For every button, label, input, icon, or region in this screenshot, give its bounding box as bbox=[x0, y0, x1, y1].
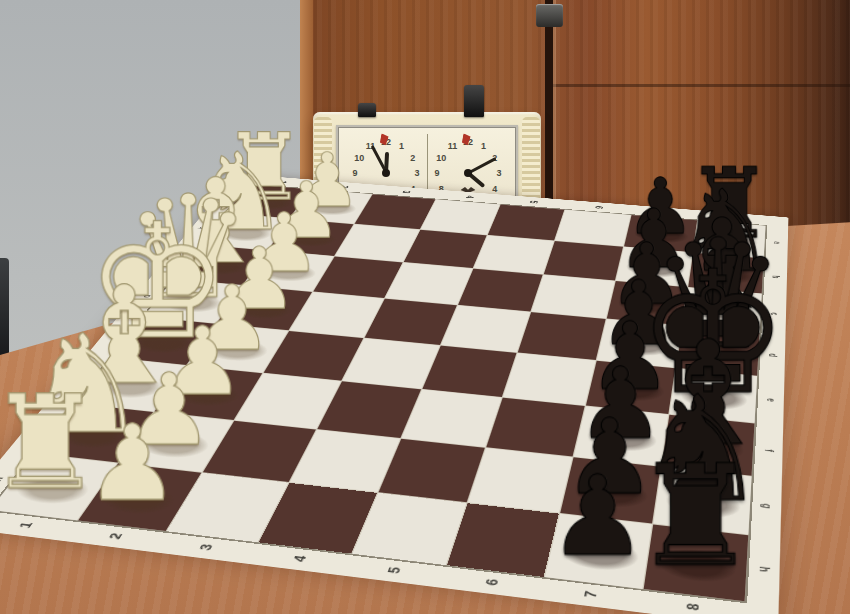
square-d4[interactable] bbox=[365, 299, 457, 345]
square-d5[interactable] bbox=[441, 305, 531, 352]
rank-label-near-7: 7 bbox=[581, 590, 601, 599]
rank-label-near-2: 2 bbox=[105, 532, 126, 540]
rank-label-near-4: 4 bbox=[289, 555, 310, 563]
piece-black-pawn-h7[interactable]: ♟ bbox=[548, 471, 647, 565]
square-g4[interactable] bbox=[290, 430, 400, 493]
square-h6[interactable] bbox=[447, 504, 558, 577]
rank-label-near-6: 6 bbox=[481, 578, 502, 587]
file-label-right-h: h bbox=[757, 566, 771, 573]
square-h8[interactable]: ♜ bbox=[644, 525, 748, 602]
rank-label-far-5: 5 bbox=[527, 200, 540, 204]
square-c5[interactable] bbox=[458, 269, 543, 312]
rank-label-far-4: 4 bbox=[463, 195, 476, 199]
rank-label-near-3: 3 bbox=[196, 543, 217, 551]
square-e5[interactable] bbox=[422, 345, 517, 397]
square-b5[interactable] bbox=[473, 235, 554, 274]
piece-white-pawn-h2[interactable]: ♟ bbox=[86, 420, 180, 509]
chess-photo-scene: 121234567891011 121234567891011 ♜♟♟♜♞♟♟♞… bbox=[0, 0, 850, 614]
rank-label-far-6: 6 bbox=[592, 206, 605, 210]
square-b4[interactable] bbox=[404, 230, 487, 269]
rank-label-near-8: 8 bbox=[682, 602, 702, 611]
square-a5[interactable] bbox=[487, 205, 564, 241]
rank-label-far-3: 3 bbox=[400, 190, 413, 194]
square-g5[interactable] bbox=[378, 439, 485, 503]
board-perspective-wrap: ♜♟♟♜♞♟♟♞♝♟♟♝♛♟♟♛♚♟♟♚♝♟♟♝♞♟♟♞♜♟♟♜ 11aa22b… bbox=[0, 0, 850, 614]
rank-label-near-5: 5 bbox=[384, 566, 405, 574]
piece-black-rook-h8[interactable]: ♜ bbox=[633, 458, 758, 577]
rank-label-near-1: 1 bbox=[15, 521, 36, 529]
chess-board: ♜♟♟♜♞♟♟♞♝♟♟♝♛♟♟♛♚♟♟♚♝♟♟♝♞♟♟♞♜♟♟♜ 11aa22b… bbox=[0, 174, 788, 614]
square-a4[interactable] bbox=[421, 199, 500, 234]
